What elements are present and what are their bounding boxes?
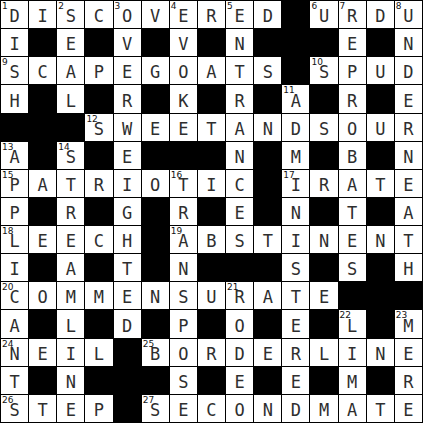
cell-r0c5[interactable]: V <box>142 1 170 29</box>
cell-r6c6[interactable]: 16T <box>170 170 198 198</box>
cell-letter: O <box>178 64 188 84</box>
cell-r14c7[interactable]: C <box>198 395 226 423</box>
cell-r8c4[interactable]: H <box>114 226 142 254</box>
cell-r13c14[interactable]: R <box>395 367 423 395</box>
cell-letter: I <box>347 346 357 366</box>
cell-r6c13[interactable]: T <box>367 170 395 198</box>
cell-letter: R <box>347 93 357 113</box>
clue-number: 9 <box>2 57 8 67</box>
cell-letter: R <box>291 346 301 366</box>
cell-r12c7[interactable]: R <box>198 339 226 367</box>
cell-r5c11 <box>310 142 338 170</box>
cell-r6c0[interactable]: 15P <box>1 170 29 198</box>
cell-r7c12[interactable]: T <box>339 198 367 226</box>
clue-number: 14 <box>58 142 69 152</box>
cell-r9c2[interactable]: A <box>57 254 85 282</box>
cell-r6c7[interactable]: I <box>198 170 226 198</box>
cell-r14c9[interactable]: N <box>254 395 282 423</box>
cell-letter: S <box>150 402 160 422</box>
cell-r3c8[interactable]: R <box>226 85 254 113</box>
cell-r6c3[interactable]: R <box>85 170 113 198</box>
cell-letter: E <box>66 233 76 253</box>
cell-letter: P <box>94 64 104 84</box>
cell-r11c2[interactable]: L <box>57 310 85 338</box>
cell-r3c7 <box>198 85 226 113</box>
cell-r2c1[interactable]: C <box>29 57 57 85</box>
cell-r10c6[interactable]: S <box>170 282 198 310</box>
cell-letter: S <box>178 289 188 309</box>
cell-letter: C <box>94 8 104 28</box>
cell-r14c6[interactable]: E <box>170 395 198 423</box>
cell-letter: A <box>9 149 19 169</box>
cell-letter: D <box>291 121 301 141</box>
cell-r9c10[interactable]: S <box>282 254 310 282</box>
cell-r8c2[interactable]: E <box>57 226 85 254</box>
cell-letter: A <box>66 261 76 281</box>
cell-r7c10[interactable]: N <box>282 198 310 226</box>
cell-r3c11 <box>310 85 338 113</box>
cell-r0c11[interactable]: 6U <box>310 1 338 29</box>
cell-letter: T <box>375 177 385 197</box>
cell-r8c1[interactable]: E <box>29 226 57 254</box>
cell-letter: R <box>403 121 413 141</box>
cell-r10c5[interactable]: N <box>142 282 170 310</box>
cell-r5c1 <box>29 142 57 170</box>
cell-letter: R <box>94 177 104 197</box>
cell-r2c14[interactable]: D <box>395 57 423 85</box>
cell-r10c0[interactable]: 20C <box>1 282 29 310</box>
cell-letter: B <box>206 233 216 253</box>
cell-r4c4[interactable]: W <box>114 114 142 142</box>
cell-r3c14[interactable]: E <box>395 85 423 113</box>
clue-number: 20 <box>2 282 13 292</box>
cell-r8c14[interactable]: T <box>395 226 423 254</box>
cell-letter: T <box>403 233 413 253</box>
cell-r8c6[interactable]: 19A <box>170 226 198 254</box>
clue-number: 23 <box>396 310 407 320</box>
cell-letter: R <box>235 93 245 113</box>
cell-r0c12[interactable]: 7R <box>339 1 367 29</box>
cell-r7c0[interactable]: P <box>1 198 29 226</box>
cell-r12c5[interactable]: 25B <box>142 339 170 367</box>
cell-letter: A <box>347 177 357 197</box>
cell-r8c12[interactable]: E <box>339 226 367 254</box>
cell-r14c3[interactable]: P <box>85 395 113 423</box>
cell-letter: A <box>206 64 216 84</box>
cell-letter: P <box>94 402 104 422</box>
cell-letter: E <box>235 205 245 225</box>
cell-r0c13[interactable]: D <box>367 1 395 29</box>
cell-letter: N <box>403 149 413 169</box>
cell-r11c6[interactable]: P <box>170 310 198 338</box>
cell-r9c7 <box>198 254 226 282</box>
cell-r6c8[interactable]: C <box>226 170 254 198</box>
cell-letter: T <box>178 177 188 197</box>
cell-r3c4[interactable]: R <box>114 85 142 113</box>
cell-r6c10[interactable]: 17I <box>282 170 310 198</box>
cell-letter: T <box>206 121 216 141</box>
cell-letter: O <box>235 318 245 338</box>
cell-r10c1[interactable]: O <box>29 282 57 310</box>
cell-r1c10 <box>282 29 310 57</box>
cell-r4c14[interactable]: R <box>395 114 423 142</box>
cell-letter: N <box>235 36 245 56</box>
cell-letter: N <box>66 374 76 394</box>
cell-r12c0[interactable]: 24N <box>1 339 29 367</box>
cell-letter: M <box>66 289 76 309</box>
cell-r12c2[interactable]: I <box>57 339 85 367</box>
cell-r6c11[interactable]: R <box>310 170 338 198</box>
cell-letter: R <box>319 177 329 197</box>
cell-letter: L <box>319 346 329 366</box>
cell-letter: S <box>9 402 19 422</box>
clue-number: 15 <box>2 170 13 180</box>
cell-r2c6[interactable]: O <box>170 57 198 85</box>
cell-r1c6[interactable]: V <box>170 29 198 57</box>
cell-letter: E <box>403 402 413 422</box>
cell-r5c0[interactable]: 13A <box>1 142 29 170</box>
cell-letter: D <box>122 318 132 338</box>
cell-letter: R <box>235 289 245 309</box>
cell-r0c7[interactable]: R <box>198 1 226 29</box>
cell-letter: A <box>347 402 357 422</box>
cell-letter: E <box>150 121 160 141</box>
cell-r9c5 <box>142 254 170 282</box>
cell-r13c9 <box>254 367 282 395</box>
cell-letter: A <box>38 177 48 197</box>
cell-r14c5[interactable]: 27S <box>142 395 170 423</box>
cell-letter: E <box>66 36 76 56</box>
cell-letter: R <box>206 8 216 28</box>
cell-r10c11[interactable]: E <box>310 282 338 310</box>
clue-number: 26 <box>2 395 13 405</box>
cell-letter: U <box>403 8 413 28</box>
cell-r3c6[interactable]: K <box>170 85 198 113</box>
cell-r10c4[interactable]: E <box>114 282 142 310</box>
cell-r1c1 <box>29 29 57 57</box>
cell-letter: I <box>206 177 216 197</box>
cell-r9c8 <box>226 254 254 282</box>
cell-r5c8[interactable]: N <box>226 142 254 170</box>
cell-r3c1 <box>29 85 57 113</box>
cell-r13c11 <box>310 367 338 395</box>
cell-r2c0[interactable]: 9S <box>1 57 29 85</box>
cell-r6c1[interactable]: A <box>29 170 57 198</box>
cell-r14c2[interactable]: E <box>57 395 85 423</box>
cell-letter: V <box>178 36 188 56</box>
cell-r2c11[interactable]: 10S <box>310 57 338 85</box>
cell-r0c3[interactable]: C <box>85 1 113 29</box>
cell-letter: E <box>235 8 245 28</box>
cell-letter: N <box>403 36 413 56</box>
cell-letter: A <box>263 289 273 309</box>
cell-r9c13 <box>367 254 395 282</box>
cell-r12c12[interactable]: I <box>339 339 367 367</box>
cell-r11c0[interactable]: A <box>1 310 29 338</box>
cell-letter: L <box>9 233 19 253</box>
cell-r11c8[interactable]: O <box>226 310 254 338</box>
cell-letter: N <box>319 233 329 253</box>
cell-r4c9[interactable]: N <box>254 114 282 142</box>
cell-r12c11[interactable]: L <box>310 339 338 367</box>
cell-r11c11 <box>310 310 338 338</box>
cell-r9c9 <box>254 254 282 282</box>
cell-letter: N <box>9 346 19 366</box>
cell-r4c3[interactable]: 12S <box>85 114 113 142</box>
cell-letter: O <box>178 346 188 366</box>
cell-r14c8[interactable]: O <box>226 395 254 423</box>
cell-letter: S <box>291 261 301 281</box>
cell-letter: G <box>150 64 160 84</box>
cell-r8c10[interactable]: I <box>282 226 310 254</box>
clue-number: 5 <box>227 1 233 11</box>
cell-r3c2[interactable]: L <box>57 85 85 113</box>
cell-r8c9[interactable]: T <box>254 226 282 254</box>
cell-r4c6[interactable]: E <box>170 114 198 142</box>
cell-r8c13[interactable]: N <box>367 226 395 254</box>
cell-r10c2[interactable]: M <box>57 282 85 310</box>
cell-r1c11 <box>310 29 338 57</box>
cell-letter: E <box>291 318 301 338</box>
cell-r12c14[interactable]: E <box>395 339 423 367</box>
cell-r13c8[interactable]: E <box>226 367 254 395</box>
cell-r13c4 <box>114 367 142 395</box>
cell-r2c13[interactable]: U <box>367 57 395 85</box>
cell-r13c12[interactable]: M <box>339 367 367 395</box>
cell-r1c12[interactable]: E <box>339 29 367 57</box>
cell-r12c10[interactable]: R <box>282 339 310 367</box>
cell-r3c10[interactable]: 11A <box>282 85 310 113</box>
cell-r8c0[interactable]: 18L <box>1 226 29 254</box>
cell-r14c10[interactable]: D <box>282 395 310 423</box>
cell-letter: E <box>347 233 357 253</box>
cell-letter: S <box>319 64 329 84</box>
cell-r0c8[interactable]: 5E <box>226 1 254 29</box>
cell-letter: H <box>122 233 132 253</box>
cell-r13c2[interactable]: N <box>57 367 85 395</box>
cell-letter: I <box>9 36 19 56</box>
cell-r6c5[interactable]: O <box>142 170 170 198</box>
cell-r2c12[interactable]: P <box>339 57 367 85</box>
cell-r12c3[interactable]: L <box>85 339 113 367</box>
cell-r14c11[interactable]: M <box>310 395 338 423</box>
cell-r2c3[interactable]: P <box>85 57 113 85</box>
cell-r12c13[interactable]: N <box>367 339 395 367</box>
cell-r13c10[interactable]: E <box>282 367 310 395</box>
cell-r9c11 <box>310 254 338 282</box>
cell-r0c9[interactable]: D <box>254 1 282 29</box>
cell-r4c5[interactable]: E <box>142 114 170 142</box>
cell-letter: O <box>122 8 132 28</box>
cell-r1c13 <box>367 29 395 57</box>
cell-r9c4[interactable]: T <box>114 254 142 282</box>
cell-r10c7[interactable]: U <box>198 282 226 310</box>
cell-letter: W <box>122 121 132 141</box>
cell-letter: S <box>66 149 76 169</box>
cell-r5c6 <box>170 142 198 170</box>
cell-r7c8[interactable]: E <box>226 198 254 226</box>
cell-r2c8[interactable]: T <box>226 57 254 85</box>
cell-r2c4[interactable]: E <box>114 57 142 85</box>
cell-r12c1[interactable]: E <box>29 339 57 367</box>
cell-letter: U <box>319 8 329 28</box>
cell-letter: P <box>9 205 19 225</box>
cell-r14c1[interactable]: T <box>29 395 57 423</box>
cell-r5c5 <box>142 142 170 170</box>
cell-r3c12[interactable]: R <box>339 85 367 113</box>
cell-letter: U <box>375 64 385 84</box>
cell-r10c3[interactable]: M <box>85 282 113 310</box>
cell-r4c7[interactable]: T <box>198 114 226 142</box>
cell-letter: P <box>347 64 357 84</box>
cell-letter: P <box>178 318 188 338</box>
cell-r5c2[interactable]: 14S <box>57 142 85 170</box>
clue-number: 6 <box>311 1 317 11</box>
cell-letter: N <box>178 261 188 281</box>
cell-letter: C <box>38 64 48 84</box>
cell-letter: L <box>66 93 76 113</box>
cell-r14c14[interactable]: E <box>395 395 423 423</box>
cell-r10c9[interactable]: A <box>254 282 282 310</box>
cell-r12c6[interactable]: O <box>170 339 198 367</box>
cell-r9c12[interactable]: S <box>339 254 367 282</box>
cell-r6c14[interactable]: E <box>395 170 423 198</box>
cell-letter: T <box>347 205 357 225</box>
cell-letter: C <box>235 177 245 197</box>
cell-letter: T <box>263 233 273 253</box>
cell-r5c14[interactable]: N <box>395 142 423 170</box>
cell-r14c0[interactable]: 26S <box>1 395 29 423</box>
cell-letter: C <box>206 402 216 422</box>
cell-r0c4[interactable]: 3O <box>114 1 142 29</box>
cell-r3c3 <box>85 85 113 113</box>
cell-r1c0[interactable]: I <box>1 29 29 57</box>
cell-r11c4[interactable]: D <box>114 310 142 338</box>
cell-letter: T <box>235 64 245 84</box>
cell-r3c0[interactable]: H <box>1 85 29 113</box>
cell-r14c12[interactable]: A <box>339 395 367 423</box>
cell-r9c0[interactable]: I <box>1 254 29 282</box>
cell-r6c4[interactable]: I <box>114 170 142 198</box>
cell-letter: A <box>9 318 19 338</box>
cell-r7c5 <box>142 198 170 226</box>
cell-r11c5 <box>142 310 170 338</box>
cell-letter: A <box>403 205 413 225</box>
cell-r12c8[interactable]: D <box>226 339 254 367</box>
cell-r7c4[interactable]: G <box>114 198 142 226</box>
cell-r1c8[interactable]: N <box>226 29 254 57</box>
cell-r9c14[interactable]: H <box>395 254 423 282</box>
cell-letter: C <box>9 289 19 309</box>
cell-r4c11[interactable]: S <box>310 114 338 142</box>
cell-r1c9 <box>254 29 282 57</box>
cell-r0c6[interactable]: 4E <box>170 1 198 29</box>
cell-letter: D <box>9 8 19 28</box>
cell-letter: V <box>122 36 132 56</box>
cell-r13c6[interactable]: S <box>170 367 198 395</box>
cell-r13c0[interactable]: T <box>1 367 29 395</box>
cell-r5c4[interactable]: E <box>114 142 142 170</box>
cell-r2c7[interactable]: A <box>198 57 226 85</box>
cell-r8c11[interactable]: N <box>310 226 338 254</box>
cell-r7c1 <box>29 198 57 226</box>
cell-letter: M <box>403 318 413 338</box>
cell-letter: C <box>94 233 104 253</box>
cell-r8c7[interactable]: B <box>198 226 226 254</box>
cell-r1c4[interactable]: V <box>114 29 142 57</box>
cell-r11c10[interactable]: E <box>282 310 310 338</box>
cell-r0c2[interactable]: 2S <box>57 1 85 29</box>
clue-number: 24 <box>2 339 13 349</box>
cell-r4c8[interactable]: A <box>226 114 254 142</box>
cell-letter: I <box>291 233 301 253</box>
cell-r14c13[interactable]: T <box>367 395 395 423</box>
cell-r0c14[interactable]: 8U <box>395 1 423 29</box>
cell-letter: O <box>347 121 357 141</box>
cell-letter: I <box>291 177 301 197</box>
cell-r11c12[interactable]: 22L <box>339 310 367 338</box>
cell-letter: M <box>291 149 301 169</box>
cell-r0c0[interactable]: 1D <box>1 1 29 29</box>
cell-r7c2[interactable]: R <box>57 198 85 226</box>
cell-r5c10[interactable]: M <box>282 142 310 170</box>
cell-letter: A <box>235 121 245 141</box>
cell-r12c9[interactable]: E <box>254 339 282 367</box>
cell-r11c7 <box>198 310 226 338</box>
crossword-grid: 1DI2SC3OV4ER5ED6U7RD8UIEVVNEN9SCAPEGOATS… <box>0 0 423 423</box>
cell-letter: E <box>235 374 245 394</box>
cell-r6c12[interactable]: A <box>339 170 367 198</box>
cell-r11c14[interactable]: 23M <box>395 310 423 338</box>
cell-r0c1[interactable]: I <box>29 1 57 29</box>
cell-letter: K <box>178 93 188 113</box>
cell-r7c14[interactable]: A <box>395 198 423 226</box>
cell-r8c8[interactable]: S <box>226 226 254 254</box>
clue-number: 1 <box>2 1 8 11</box>
cell-letter: N <box>375 346 385 366</box>
cell-letter: U <box>206 289 216 309</box>
cell-r6c2[interactable]: T <box>57 170 85 198</box>
cell-r9c6[interactable]: N <box>170 254 198 282</box>
cell-letter: L <box>347 318 357 338</box>
cell-letter: E <box>403 93 413 113</box>
clue-number: 7 <box>340 1 346 11</box>
cell-r1c3 <box>85 29 113 57</box>
cell-r1c14[interactable]: N <box>395 29 423 57</box>
cell-r11c13 <box>367 310 395 338</box>
cell-r10c8[interactable]: 21R <box>226 282 254 310</box>
cell-letter: A <box>66 64 76 84</box>
cell-r2c5[interactable]: G <box>142 57 170 85</box>
cell-letter: E <box>178 402 188 422</box>
cell-r7c6[interactable]: R <box>170 198 198 226</box>
cell-r4c13[interactable]: U <box>367 114 395 142</box>
cell-letter: D <box>263 8 273 28</box>
cell-r2c2[interactable]: A <box>57 57 85 85</box>
cell-r8c3[interactable]: C <box>85 226 113 254</box>
cell-r5c12[interactable]: B <box>339 142 367 170</box>
cell-letter: T <box>66 177 76 197</box>
cell-r10c10[interactable]: T <box>282 282 310 310</box>
cell-r7c13 <box>367 198 395 226</box>
cell-r12c4 <box>114 339 142 367</box>
cell-letter: S <box>263 64 273 84</box>
clue-number: 27 <box>143 395 154 405</box>
cell-r4c10[interactable]: D <box>282 114 310 142</box>
cell-r1c2[interactable]: E <box>57 29 85 57</box>
cell-r4c12[interactable]: O <box>339 114 367 142</box>
cell-r2c9[interactable]: S <box>254 57 282 85</box>
